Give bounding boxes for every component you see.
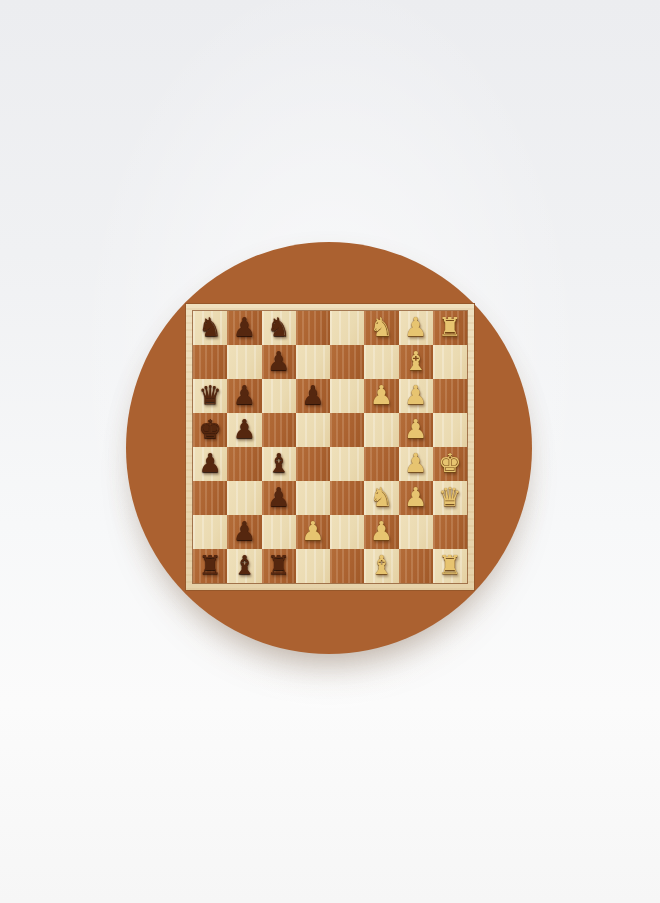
white-bishop-g7[interactable]: ♝ (404, 348, 427, 374)
black-knight-a8[interactable]: ♞ (198, 314, 221, 340)
square-e7[interactable] (330, 345, 364, 379)
black-pawn-b6[interactable]: ♟ (233, 382, 256, 408)
round-wooden-board: ♞♟♞♞♟♜♟♝♛♟♟♟♟♚♟♟♟♝♟♚♟♞♟♛♟♟♟♜♝♜♝♜ (126, 242, 532, 654)
square-g8[interactable]: ♟ (399, 311, 433, 345)
square-c6[interactable] (262, 379, 296, 413)
square-h6[interactable] (433, 379, 467, 413)
square-e4[interactable] (330, 447, 364, 481)
square-a6[interactable]: ♛ (193, 379, 227, 413)
square-b1[interactable]: ♝ (227, 549, 261, 583)
black-pawn-b5[interactable]: ♟ (233, 416, 256, 442)
square-b3[interactable] (227, 481, 261, 515)
square-d5[interactable] (296, 413, 330, 447)
black-pawn-a4[interactable]: ♟ (198, 450, 221, 476)
square-h2[interactable] (433, 515, 467, 549)
square-g5[interactable]: ♟ (399, 413, 433, 447)
white-knight-f3[interactable]: ♞ (370, 484, 393, 510)
square-b6[interactable]: ♟ (227, 379, 261, 413)
square-h5[interactable] (433, 413, 467, 447)
square-f1[interactable]: ♝ (364, 549, 398, 583)
square-b7[interactable] (227, 345, 261, 379)
white-queen-h3[interactable]: ♛ (438, 484, 461, 510)
black-pawn-b2[interactable]: ♟ (233, 518, 256, 544)
black-king-a5[interactable]: ♚ (198, 416, 221, 442)
square-h3[interactable]: ♛ (433, 481, 467, 515)
square-g1[interactable] (399, 549, 433, 583)
square-e1[interactable] (330, 549, 364, 583)
square-f6[interactable]: ♟ (364, 379, 398, 413)
square-f5[interactable] (364, 413, 398, 447)
white-pawn-g4[interactable]: ♟ (404, 450, 427, 476)
black-rook-a1[interactable]: ♜ (198, 552, 221, 578)
square-a2[interactable] (193, 515, 227, 549)
square-e2[interactable] (330, 515, 364, 549)
square-f2[interactable]: ♟ (364, 515, 398, 549)
square-g4[interactable]: ♟ (399, 447, 433, 481)
square-d6[interactable]: ♟ (296, 379, 330, 413)
square-e8[interactable] (330, 311, 364, 345)
square-d3[interactable] (296, 481, 330, 515)
square-d7[interactable] (296, 345, 330, 379)
chess-board: ♞♟♞♞♟♜♟♝♛♟♟♟♟♚♟♟♟♝♟♚♟♞♟♛♟♟♟♜♝♜♝♜ (192, 310, 468, 584)
square-c3[interactable]: ♟ (262, 481, 296, 515)
square-a1[interactable]: ♜ (193, 549, 227, 583)
square-e5[interactable] (330, 413, 364, 447)
white-bishop-f1[interactable]: ♝ (370, 552, 393, 578)
square-b8[interactable]: ♟ (227, 311, 261, 345)
square-e6[interactable] (330, 379, 364, 413)
square-d8[interactable] (296, 311, 330, 345)
white-pawn-f6[interactable]: ♟ (370, 382, 393, 408)
white-pawn-g6[interactable]: ♟ (404, 382, 427, 408)
black-pawn-d6[interactable]: ♟ (301, 382, 324, 408)
white-pawn-g3[interactable]: ♟ (404, 484, 427, 510)
square-d2[interactable]: ♟ (296, 515, 330, 549)
black-rook-c1[interactable]: ♜ (267, 552, 290, 578)
square-b5[interactable]: ♟ (227, 413, 261, 447)
square-h7[interactable] (433, 345, 467, 379)
white-pawn-d2[interactable]: ♟ (301, 518, 324, 544)
photo-background: ♞♟♞♞♟♜♟♝♛♟♟♟♟♚♟♟♟♝♟♚♟♞♟♛♟♟♟♜♝♜♝♜ (0, 0, 660, 903)
square-a8[interactable]: ♞ (193, 311, 227, 345)
white-knight-f8[interactable]: ♞ (370, 314, 393, 340)
square-a7[interactable] (193, 345, 227, 379)
square-c2[interactable] (262, 515, 296, 549)
square-d4[interactable] (296, 447, 330, 481)
square-g7[interactable]: ♝ (399, 345, 433, 379)
square-e3[interactable] (330, 481, 364, 515)
black-queen-a6[interactable]: ♛ (198, 382, 221, 408)
white-pawn-g8[interactable]: ♟ (404, 314, 427, 340)
square-c8[interactable]: ♞ (262, 311, 296, 345)
white-rook-h1[interactable]: ♜ (438, 552, 461, 578)
square-c5[interactable] (262, 413, 296, 447)
square-h1[interactable]: ♜ (433, 549, 467, 583)
square-f7[interactable] (364, 345, 398, 379)
square-g6[interactable]: ♟ (399, 379, 433, 413)
square-b4[interactable] (227, 447, 261, 481)
square-a3[interactable] (193, 481, 227, 515)
black-pawn-b8[interactable]: ♟ (233, 314, 256, 340)
white-pawn-f2[interactable]: ♟ (370, 518, 393, 544)
square-g2[interactable] (399, 515, 433, 549)
square-d1[interactable] (296, 549, 330, 583)
square-f8[interactable]: ♞ (364, 311, 398, 345)
white-pawn-g5[interactable]: ♟ (404, 416, 427, 442)
square-c1[interactable]: ♜ (262, 549, 296, 583)
black-pawn-c7[interactable]: ♟ (267, 348, 290, 374)
black-bishop-c4[interactable]: ♝ (267, 450, 290, 476)
black-knight-c8[interactable]: ♞ (267, 314, 290, 340)
white-king-h4[interactable]: ♚ (438, 450, 461, 476)
black-bishop-b1[interactable]: ♝ (233, 552, 256, 578)
square-a4[interactable]: ♟ (193, 447, 227, 481)
black-pawn-c3[interactable]: ♟ (267, 484, 290, 510)
square-f3[interactable]: ♞ (364, 481, 398, 515)
board-maple-frame: ♞♟♞♞♟♜♟♝♛♟♟♟♟♚♟♟♟♝♟♚♟♞♟♛♟♟♟♜♝♜♝♜ (185, 303, 475, 591)
square-c7[interactable]: ♟ (262, 345, 296, 379)
square-f4[interactable] (364, 447, 398, 481)
square-h4[interactable]: ♚ (433, 447, 467, 481)
square-c4[interactable]: ♝ (262, 447, 296, 481)
white-rook-h8[interactable]: ♜ (438, 314, 461, 340)
square-g3[interactable]: ♟ (399, 481, 433, 515)
square-h8[interactable]: ♜ (433, 311, 467, 345)
square-a5[interactable]: ♚ (193, 413, 227, 447)
square-b2[interactable]: ♟ (227, 515, 261, 549)
